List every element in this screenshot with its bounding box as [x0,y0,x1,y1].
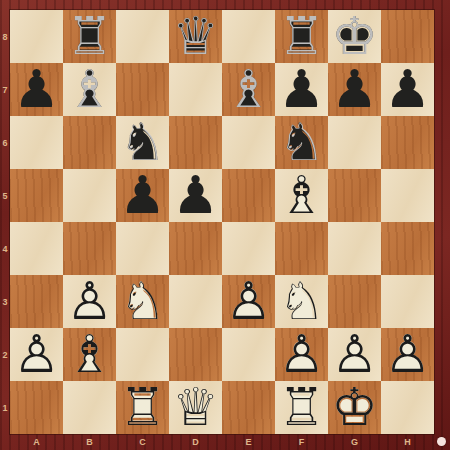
white-rook-c1[interactable]: ♜♖ [116,381,169,434]
black-pawn-icon: ♟ [381,62,434,115]
square-c4[interactable] [116,222,169,275]
square-b1[interactable] [63,381,116,434]
white-rook-f1[interactable]: ♜♖ [275,381,328,434]
square-h5[interactable] [381,169,434,222]
white-pawn-outline-icon: ♙ [381,327,434,380]
file-label-d: D [169,434,222,450]
square-e6[interactable] [222,116,275,169]
white-pawn-outline-icon: ♙ [63,274,116,327]
white-pawn-e3[interactable]: ♟♙ [222,275,275,328]
square-f5[interactable]: ♝♗ [275,169,328,222]
white-rook-outline-icon: ♖ [275,380,328,433]
square-h6[interactable] [381,116,434,169]
white-pawn-icon: ♟ [275,327,328,380]
white-pawn-h2[interactable]: ♟♙ [381,328,434,381]
black-rook-outline-icon: ♖ [275,9,328,62]
black-knight-c6[interactable]: ♞♘ [116,116,169,169]
square-e2[interactable] [222,328,275,381]
square-d1[interactable]: ♛♕ [169,381,222,434]
black-rook-f8[interactable]: ♜♖ [275,10,328,63]
rank-label-2: 2 [0,328,10,381]
square-a8[interactable] [10,10,63,63]
white-bishop-outline-icon: ♗ [275,168,328,221]
file-label-e: E [222,434,275,450]
black-knight-f6[interactable]: ♞♘ [275,116,328,169]
square-c5[interactable]: ♟ [116,169,169,222]
white-pawn-outline-icon: ♙ [222,274,275,327]
white-king-g1[interactable]: ♚♔ [328,381,381,434]
white-bishop-icon: ♝ [275,168,328,221]
square-a6[interactable] [10,116,63,169]
black-king-outline-icon: ♔ [328,9,381,62]
square-f1[interactable]: ♜♖ [275,381,328,434]
black-queen-icon: ♛ [169,9,222,62]
square-g8[interactable]: ♚♔ [328,10,381,63]
square-e1[interactable] [222,381,275,434]
white-bishop-outline-icon: ♗ [63,327,116,380]
square-e8[interactable] [222,10,275,63]
square-b5[interactable] [63,169,116,222]
black-pawn-icon: ♟ [328,62,381,115]
square-d3[interactable] [169,275,222,328]
white-bishop-b2[interactable]: ♝♗ [63,328,116,381]
file-label-h: H [381,434,434,450]
black-queen-outline-icon: ♕ [169,9,222,62]
square-a4[interactable] [10,222,63,275]
square-h2[interactable]: ♟♙ [381,328,434,381]
square-b6[interactable] [63,116,116,169]
square-f4[interactable] [275,222,328,275]
black-bishop-outline-icon: ♗ [222,62,275,115]
square-d4[interactable] [169,222,222,275]
square-b7[interactable]: ♝♗ [63,63,116,116]
black-pawn-icon: ♟ [10,62,63,115]
square-c2[interactable] [116,328,169,381]
black-pawn-icon: ♟ [116,168,169,221]
square-d7[interactable] [169,63,222,116]
chess-board: ♜♖♛♕♜♖♚♔♟♝♗♝♗♟♟♟♞♘♞♘♟♟♝♗♟♙♞♘♟♙♞♘♟♙♝♗♟♙♟♙… [10,10,434,434]
white-pawn-icon: ♟ [222,274,275,327]
square-g1[interactable]: ♚♔ [328,381,381,434]
black-pawn-a7[interactable]: ♟ [10,63,63,116]
square-f3[interactable]: ♞♘ [275,275,328,328]
file-label-g: G [328,434,381,450]
black-knight-outline-icon: ♘ [275,115,328,168]
black-queen-d8[interactable]: ♛♕ [169,10,222,63]
square-f6[interactable]: ♞♘ [275,116,328,169]
file-label-a: A [10,434,63,450]
black-bishop-b7[interactable]: ♝♗ [63,63,116,116]
square-d2[interactable] [169,328,222,381]
white-king-outline-icon: ♔ [328,380,381,433]
white-bishop-f5[interactable]: ♝♗ [275,169,328,222]
black-rook-outline-icon: ♖ [63,9,116,62]
white-to-move-indicator [437,437,446,446]
square-b3[interactable]: ♟♙ [63,275,116,328]
square-g2[interactable]: ♟♙ [328,328,381,381]
square-h1[interactable] [381,381,434,434]
black-bishop-icon: ♝ [63,62,116,115]
white-pawn-icon: ♟ [10,327,63,380]
white-pawn-icon: ♟ [63,274,116,327]
rank-label-8: 8 [0,10,10,63]
square-f2[interactable]: ♟♙ [275,328,328,381]
file-label-f: F [275,434,328,450]
black-pawn-icon: ♟ [275,62,328,115]
square-a5[interactable] [10,169,63,222]
black-pawn-g7[interactable]: ♟ [328,63,381,116]
white-pawn-icon: ♟ [381,327,434,380]
white-pawn-outline-icon: ♙ [10,327,63,380]
rank-label-5: 5 [0,169,10,222]
black-pawn-h7[interactable]: ♟ [381,63,434,116]
square-c6[interactable]: ♞♘ [116,116,169,169]
black-pawn-c5[interactable]: ♟ [116,169,169,222]
rank-label-4: 4 [0,222,10,275]
square-d8[interactable]: ♛♕ [169,10,222,63]
rank-label-3: 3 [0,275,10,328]
square-c1[interactable]: ♜♖ [116,381,169,434]
square-d5[interactable]: ♟ [169,169,222,222]
black-bishop-e7[interactable]: ♝♗ [222,63,275,116]
white-pawn-icon: ♟ [328,327,381,380]
square-b2[interactable]: ♝♗ [63,328,116,381]
black-knight-icon: ♞ [275,115,328,168]
black-bishop-icon: ♝ [222,62,275,115]
white-pawn-outline-icon: ♙ [328,327,381,380]
black-king-icon: ♚ [328,9,381,62]
square-g5[interactable] [328,169,381,222]
file-label-c: C [116,434,169,450]
square-f8[interactable]: ♜♖ [275,10,328,63]
square-h3[interactable] [381,275,434,328]
rank-label-6: 6 [0,116,10,169]
square-h7[interactable]: ♟ [381,63,434,116]
white-queen-icon: ♛ [169,380,222,433]
square-g4[interactable] [328,222,381,275]
square-h8[interactable] [381,10,434,63]
white-rook-outline-icon: ♖ [116,380,169,433]
black-knight-icon: ♞ [116,115,169,168]
black-rook-icon: ♜ [63,9,116,62]
square-e4[interactable] [222,222,275,275]
black-pawn-icon: ♟ [169,168,222,221]
square-c8[interactable] [116,10,169,63]
chess-board-frame: ♜♖♛♕♜♖♚♔♟♝♗♝♗♟♟♟♞♘♞♘♟♟♝♗♟♙♞♘♟♙♞♘♟♙♝♗♟♙♟♙… [0,0,450,450]
white-rook-icon: ♜ [275,380,328,433]
white-knight-outline-icon: ♘ [116,274,169,327]
black-pawn-d5[interactable]: ♟ [169,169,222,222]
square-e3[interactable]: ♟♙ [222,275,275,328]
black-rook-b8[interactable]: ♜♖ [63,10,116,63]
rank-label-1: 1 [0,381,10,434]
white-pawn-g2[interactable]: ♟♙ [328,328,381,381]
white-pawn-outline-icon: ♙ [275,327,328,380]
white-knight-icon: ♞ [116,274,169,327]
square-f7[interactable]: ♟ [275,63,328,116]
white-queen-outline-icon: ♕ [169,380,222,433]
square-g3[interactable] [328,275,381,328]
white-pawn-a2[interactable]: ♟♙ [10,328,63,381]
rank-label-7: 7 [0,63,10,116]
square-e7[interactable]: ♝♗ [222,63,275,116]
square-a7[interactable]: ♟ [10,63,63,116]
white-queen-d1[interactable]: ♛♕ [169,381,222,434]
square-d6[interactable] [169,116,222,169]
square-c7[interactable] [116,63,169,116]
square-c3[interactable]: ♞♘ [116,275,169,328]
white-knight-f3[interactable]: ♞♘ [275,275,328,328]
square-b4[interactable] [63,222,116,275]
square-a3[interactable] [10,275,63,328]
square-g6[interactable] [328,116,381,169]
black-knight-outline-icon: ♘ [116,115,169,168]
white-rook-icon: ♜ [116,380,169,433]
black-bishop-outline-icon: ♗ [63,62,116,115]
white-knight-c3[interactable]: ♞♘ [116,275,169,328]
square-a1[interactable] [10,381,63,434]
black-pawn-f7[interactable]: ♟ [275,63,328,116]
white-knight-icon: ♞ [275,274,328,327]
square-a2[interactable]: ♟♙ [10,328,63,381]
black-rook-icon: ♜ [275,9,328,62]
black-king-g8[interactable]: ♚♔ [328,10,381,63]
white-knight-outline-icon: ♘ [275,274,328,327]
square-e5[interactable] [222,169,275,222]
white-pawn-f2[interactable]: ♟♙ [275,328,328,381]
file-label-b: B [63,434,116,450]
white-bishop-icon: ♝ [63,327,116,380]
white-pawn-b3[interactable]: ♟♙ [63,275,116,328]
white-king-icon: ♚ [328,380,381,433]
square-g7[interactable]: ♟ [328,63,381,116]
square-h4[interactable] [381,222,434,275]
square-b8[interactable]: ♜♖ [63,10,116,63]
